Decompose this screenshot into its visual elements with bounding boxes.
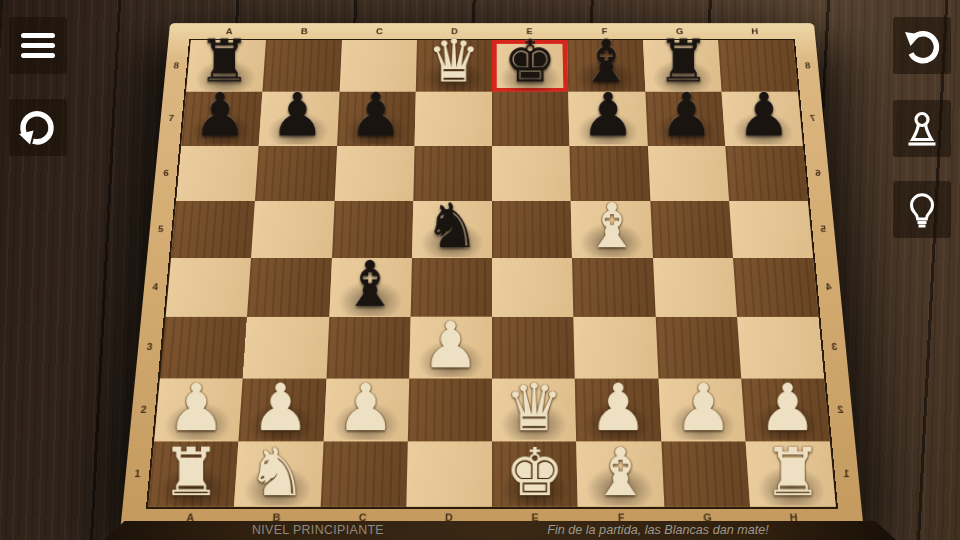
piece-side-button[interactable] xyxy=(893,100,951,157)
square-a5[interactable] xyxy=(171,201,255,258)
square-h4[interactable] xyxy=(733,258,819,317)
square-h2[interactable]: ♟ xyxy=(741,378,830,441)
piece-black-pawn[interactable]: ♟ xyxy=(582,85,636,145)
menu-button[interactable] xyxy=(9,17,67,74)
rank-label-right-5: 5 xyxy=(811,201,836,258)
square-b7[interactable]: ♟ xyxy=(259,92,339,146)
square-c2[interactable]: ♟ xyxy=(323,378,409,441)
square-e4[interactable] xyxy=(492,258,574,317)
square-d1[interactable] xyxy=(406,441,492,506)
piece-white-rook[interactable]: ♜ xyxy=(763,439,823,505)
file-label-top-b: B xyxy=(266,25,342,39)
pawn-icon xyxy=(901,108,943,150)
square-h6[interactable] xyxy=(725,146,808,201)
square-d8[interactable]: ♛ xyxy=(416,40,492,92)
restart-circular-arrow-icon xyxy=(16,106,60,150)
piece-black-pawn[interactable]: ♟ xyxy=(349,85,403,145)
square-h1[interactable]: ♜ xyxy=(745,441,835,506)
chess-board: ABCDEFGH ABCDEFGH 87654321 87654321 ♜♛♚♝… xyxy=(120,23,863,529)
piece-black-pawn[interactable]: ♟ xyxy=(193,85,247,145)
rank-label-right-7: 7 xyxy=(801,92,825,146)
game-result-message: Fin de la partida, las Blancas dan mate! xyxy=(548,522,770,537)
square-f2[interactable]: ♟ xyxy=(575,378,661,441)
square-f7[interactable]: ♟ xyxy=(568,92,647,146)
undo-arrow-icon xyxy=(901,25,943,67)
square-b1[interactable]: ♞ xyxy=(234,441,323,506)
piece-white-pawn[interactable]: ♟ xyxy=(674,375,732,440)
square-g4[interactable] xyxy=(653,258,737,317)
square-a4[interactable] xyxy=(166,258,252,317)
restart-button[interactable] xyxy=(9,99,67,156)
status-bar: NIVEL PRINCIPIANTE Fin de la partida, la… xyxy=(104,521,896,540)
piece-white-pawn[interactable]: ♟ xyxy=(758,375,816,440)
square-a7[interactable]: ♟ xyxy=(181,92,262,146)
piece-black-pawn[interactable]: ♟ xyxy=(737,85,791,145)
square-b2[interactable]: ♟ xyxy=(239,378,326,441)
square-e2[interactable]: ♛ xyxy=(492,378,576,441)
square-f4[interactable] xyxy=(572,258,655,317)
piece-white-rook[interactable]: ♜ xyxy=(162,439,222,505)
level-label: NIVEL PRINCIPIANTE xyxy=(252,522,384,537)
rank-label-left-8: 8 xyxy=(164,40,188,92)
hint-button[interactable] xyxy=(893,181,951,238)
square-e6[interactable] xyxy=(492,146,571,201)
lightbulb-icon xyxy=(901,189,943,231)
piece-white-queen[interactable]: ♛ xyxy=(505,375,563,440)
square-c7[interactable]: ♟ xyxy=(337,92,416,146)
square-c1[interactable] xyxy=(320,441,407,506)
square-f1[interactable]: ♝ xyxy=(576,441,663,506)
square-e8[interactable]: ♚ xyxy=(492,40,568,92)
square-h7[interactable]: ♟ xyxy=(721,92,802,146)
square-c6[interactable] xyxy=(334,146,414,201)
square-b5[interactable] xyxy=(251,201,334,258)
piece-white-queen[interactable]: ♛ xyxy=(427,32,480,91)
piece-black-king[interactable]: ♚ xyxy=(504,32,557,91)
rank-label-right-4: 4 xyxy=(816,258,842,317)
square-b6[interactable] xyxy=(255,146,336,201)
piece-white-bishop[interactable]: ♝ xyxy=(591,439,651,505)
square-g6[interactable] xyxy=(647,146,728,201)
piece-white-pawn[interactable]: ♟ xyxy=(422,313,479,377)
square-d3[interactable]: ♟ xyxy=(409,317,492,378)
piece-black-knight[interactable]: ♞ xyxy=(424,195,480,257)
piece-white-king[interactable]: ♚ xyxy=(505,439,565,505)
square-b4[interactable] xyxy=(247,258,331,317)
piece-black-pawn[interactable]: ♟ xyxy=(271,85,325,145)
piece-white-pawn[interactable]: ♟ xyxy=(252,375,310,440)
piece-black-bishop[interactable]: ♝ xyxy=(341,253,398,316)
piece-white-bishop[interactable]: ♝ xyxy=(585,195,641,257)
rank-label-right-8: 8 xyxy=(796,40,820,92)
square-a2[interactable]: ♟ xyxy=(154,378,243,441)
square-g2[interactable]: ♟ xyxy=(658,378,745,441)
square-g7[interactable]: ♟ xyxy=(645,92,725,146)
square-e5[interactable] xyxy=(492,201,572,258)
square-c4[interactable]: ♝ xyxy=(329,258,412,317)
square-e7[interactable] xyxy=(492,92,570,146)
square-d5[interactable]: ♞ xyxy=(412,201,492,258)
file-label-top-h: H xyxy=(717,25,793,39)
square-g5[interactable] xyxy=(650,201,733,258)
file-label-top-c: C xyxy=(342,25,418,39)
board-squares: ♜♛♚♝♜♟♟♟♟♟♟♞♝♝♟♟♟♟♛♟♟♟♜♞♚♝♜ xyxy=(146,39,838,509)
piece-black-pawn[interactable]: ♟ xyxy=(659,85,713,145)
square-g1[interactable] xyxy=(661,441,750,506)
square-a1[interactable]: ♜ xyxy=(148,441,238,506)
square-h5[interactable] xyxy=(729,201,813,258)
rank-label-right-6: 6 xyxy=(806,146,831,201)
piece-white-pawn[interactable]: ♟ xyxy=(167,375,225,440)
square-d2[interactable] xyxy=(408,378,492,441)
piece-white-pawn[interactable]: ♟ xyxy=(589,375,647,440)
piece-white-knight[interactable]: ♞ xyxy=(247,439,307,505)
undo-button[interactable] xyxy=(893,17,951,74)
square-a6[interactable] xyxy=(176,146,259,201)
square-f5[interactable]: ♝ xyxy=(571,201,653,258)
square-e1[interactable]: ♚ xyxy=(492,441,578,506)
hamburger-icon xyxy=(18,26,58,66)
square-d7[interactable] xyxy=(414,92,492,146)
piece-white-pawn[interactable]: ♟ xyxy=(336,375,394,440)
